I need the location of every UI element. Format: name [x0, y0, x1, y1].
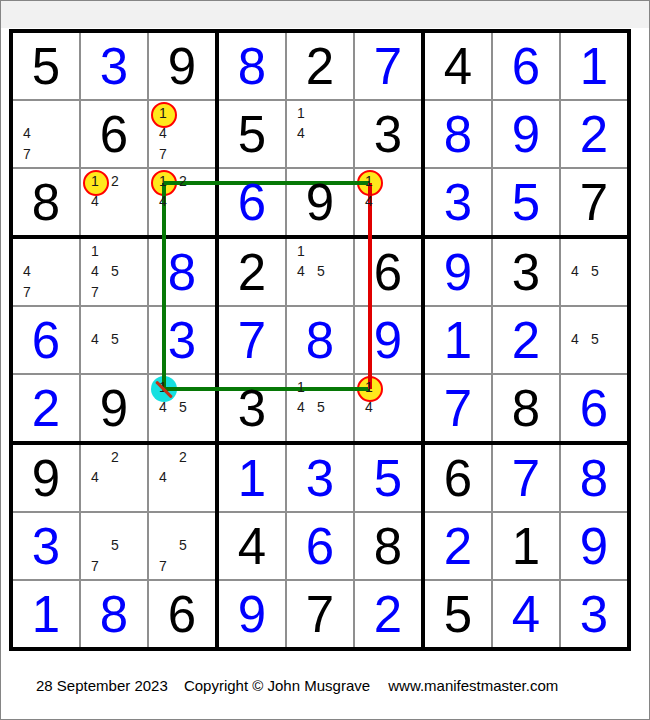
- cell-r1c2[interactable]: 3: [81, 33, 147, 99]
- cell-value: 7: [425, 375, 491, 441]
- cell-r5c4[interactable]: 7: [219, 307, 285, 373]
- cell-value: 3: [287, 445, 353, 511]
- cell-value: 1: [425, 307, 491, 373]
- cell-value: 6: [149, 581, 215, 647]
- pencil-4: 4: [17, 261, 37, 281]
- pencil-marks: 14: [359, 377, 419, 438]
- cell-r3c2[interactable]: 124: [81, 169, 147, 235]
- cell-value: 1: [13, 581, 79, 647]
- pencil-marks: 14: [359, 171, 419, 232]
- pencil-4: 4: [153, 397, 173, 417]
- cell-r9c2[interactable]: 8: [81, 581, 147, 647]
- cell-r6c5[interactable]: 145: [287, 375, 353, 441]
- cell-value: 2: [13, 375, 79, 441]
- pencil-marks: 14: [291, 103, 351, 164]
- pencil-4: 4: [85, 261, 105, 281]
- pencil-5: 5: [105, 535, 125, 555]
- cell-value: 3: [425, 169, 491, 235]
- pencil-4: 4: [153, 467, 173, 487]
- cell-value: 8: [425, 101, 491, 167]
- cell-r2c7[interactable]: 8: [425, 101, 491, 167]
- pencil-2: 2: [173, 171, 193, 191]
- cell-value: 7: [561, 169, 627, 235]
- cell-value: 8: [219, 33, 285, 99]
- box-2: 82751436914: [219, 33, 421, 235]
- cell-r4c3[interactable]: 8: [149, 239, 215, 305]
- cell-value: 7: [219, 307, 285, 373]
- cell-r3c5[interactable]: 9: [287, 169, 353, 235]
- pencil-2: 2: [105, 171, 125, 191]
- pencil-marks: 24: [85, 447, 145, 508]
- cell-r8c6[interactable]: 8: [355, 513, 421, 579]
- pencil-1: 1: [153, 103, 173, 123]
- pencil-4: 4: [565, 261, 585, 281]
- pencil-4: 4: [359, 397, 379, 417]
- cell-r7c4[interactable]: 1: [219, 445, 285, 511]
- cell-r7c2[interactable]: 24: [81, 445, 147, 511]
- cell-value: 5: [219, 101, 285, 167]
- pencil-4: 4: [565, 329, 585, 349]
- cell-r3c6[interactable]: 14: [355, 169, 421, 235]
- cell-r2c6[interactable]: 3: [355, 101, 421, 167]
- cell-value: 1: [561, 33, 627, 99]
- cell-r2c5[interactable]: 14: [287, 101, 353, 167]
- cell-r7c7[interactable]: 6: [425, 445, 491, 511]
- cell-value: 9: [149, 33, 215, 99]
- pencil-4: 4: [291, 261, 311, 281]
- pencil-1: 1: [85, 241, 105, 261]
- cell-r6c1[interactable]: 2: [13, 375, 79, 441]
- pencil-1: 1: [291, 241, 311, 261]
- cell-r1c6[interactable]: 7: [355, 33, 421, 99]
- cell-r7c5[interactable]: 3: [287, 445, 353, 511]
- cell-r1c8[interactable]: 6: [493, 33, 559, 99]
- cell-value: 2: [493, 307, 559, 373]
- cell-value: 4: [219, 513, 285, 579]
- sudoku-board: 5394761478124124827514369144618923574714…: [9, 29, 631, 651]
- cell-r1c5[interactable]: 2: [287, 33, 353, 99]
- cell-value: 6: [81, 101, 147, 167]
- cell-value: 7: [493, 445, 559, 511]
- cell-r7c1[interactable]: 9: [13, 445, 79, 511]
- pencil-1: 1: [291, 377, 311, 397]
- cell-r9c1[interactable]: 1: [13, 581, 79, 647]
- cell-r2c2[interactable]: 6: [81, 101, 147, 167]
- pencil-marks: 57: [153, 515, 213, 576]
- cell-r1c4[interactable]: 8: [219, 33, 285, 99]
- cell-r6c6[interactable]: 14: [355, 375, 421, 441]
- cell-r5c9[interactable]: 45: [561, 307, 627, 373]
- pencil-2: 2: [105, 447, 125, 467]
- cell-value: 2: [425, 513, 491, 579]
- box-4: 4714578645329145: [13, 239, 215, 441]
- footer-date: 28 September 2023: [36, 677, 168, 694]
- cell-r2c8[interactable]: 9: [493, 101, 559, 167]
- pencil-4: 4: [85, 191, 105, 211]
- pencil-1: 1: [291, 103, 311, 123]
- cell-value: 3: [493, 239, 559, 305]
- cell-value: 3: [219, 375, 285, 441]
- cell-value: 5: [355, 445, 421, 511]
- pencil-marks: 145: [291, 241, 351, 302]
- cell-value: 8: [287, 307, 353, 373]
- pencil-4: 4: [359, 191, 379, 211]
- cell-value: 9: [561, 513, 627, 579]
- cell-r2c3[interactable]: 147: [149, 101, 215, 167]
- box-7: 9242435757186: [13, 445, 215, 647]
- cell-r4c1[interactable]: 47: [13, 239, 79, 305]
- pencil-1: 1: [153, 171, 173, 191]
- cell-value: 2: [219, 239, 285, 305]
- cell-value: 5: [425, 581, 491, 647]
- cell-r1c7[interactable]: 4: [425, 33, 491, 99]
- cell-r5c7[interactable]: 1: [425, 307, 491, 373]
- cell-r5c5[interactable]: 8: [287, 307, 353, 373]
- cell-r1c1[interactable]: 5: [13, 33, 79, 99]
- cell-value: 3: [149, 307, 215, 373]
- box-9: 678219543: [425, 445, 627, 647]
- cell-value: 5: [493, 169, 559, 235]
- cell-r1c9[interactable]: 1: [561, 33, 627, 99]
- cell-r4c4[interactable]: 2: [219, 239, 285, 305]
- cell-value: 9: [355, 307, 421, 373]
- cell-r3c8[interactable]: 5: [493, 169, 559, 235]
- pencil-marks: 47: [17, 103, 77, 164]
- box-1: 5394761478124124: [13, 33, 215, 235]
- cell-value: 3: [13, 513, 79, 579]
- cell-value: 8: [493, 375, 559, 441]
- pencil-1: 1: [85, 171, 105, 191]
- cell-value: 6: [355, 239, 421, 305]
- cell-r8c7[interactable]: 2: [425, 513, 491, 579]
- cell-value: 4: [425, 33, 491, 99]
- pencil-5: 5: [173, 535, 193, 555]
- pencil-4: 4: [85, 467, 105, 487]
- pencil-5: 5: [105, 261, 125, 281]
- cell-r8c1[interactable]: 3: [13, 513, 79, 579]
- cell-value: 9: [219, 581, 285, 647]
- cell-value: 8: [149, 239, 215, 305]
- pencil-4: 4: [291, 123, 311, 143]
- pencil-marks: 147: [153, 103, 213, 164]
- pencil-marks: 47: [17, 241, 77, 302]
- cell-value: 2: [287, 33, 353, 99]
- pencil-4: 4: [153, 191, 173, 211]
- pencil-marks: 124: [85, 171, 145, 232]
- cell-r6c2[interactable]: 9: [81, 375, 147, 441]
- pencil-marks: 45: [565, 241, 625, 302]
- box-5: 21456789314514: [219, 239, 421, 441]
- cell-r3c4[interactable]: 6: [219, 169, 285, 235]
- cell-r7c8[interactable]: 7: [493, 445, 559, 511]
- cell-r9c6[interactable]: 2: [355, 581, 421, 647]
- pencil-marks: 1457: [85, 241, 145, 302]
- cell-value: 6: [425, 445, 491, 511]
- pencil-7: 7: [17, 282, 37, 302]
- cell-r4c9[interactable]: 45: [561, 239, 627, 305]
- cell-value: 1: [493, 513, 559, 579]
- cell-value: 7: [287, 581, 353, 647]
- cell-r6c4[interactable]: 3: [219, 375, 285, 441]
- pencil-7: 7: [85, 282, 105, 302]
- cell-value: 3: [355, 101, 421, 167]
- cell-r4c2[interactable]: 1457: [81, 239, 147, 305]
- page: 5394761478124124827514369144618923574714…: [0, 0, 650, 720]
- pencil-5: 5: [585, 329, 605, 349]
- pencil-marks: 45: [85, 309, 145, 370]
- pencil-7: 7: [85, 556, 105, 576]
- pencil-4: 4: [291, 397, 311, 417]
- pencil-7: 7: [153, 556, 173, 576]
- pencil-5: 5: [585, 261, 605, 281]
- cell-value: 9: [493, 101, 559, 167]
- pencil-5: 5: [311, 261, 331, 281]
- cell-value: 6: [219, 169, 285, 235]
- cell-r8c9[interactable]: 9: [561, 513, 627, 579]
- pencil-1: 1: [359, 171, 379, 191]
- cell-value: 9: [287, 169, 353, 235]
- cell-r2c9[interactable]: 2: [561, 101, 627, 167]
- cell-r7c9[interactable]: 8: [561, 445, 627, 511]
- pencil-4: 4: [17, 123, 37, 143]
- cell-value: 6: [287, 513, 353, 579]
- cell-r9c4[interactable]: 9: [219, 581, 285, 647]
- pencil-7: 7: [17, 144, 37, 164]
- cell-value: 9: [81, 375, 147, 441]
- footer-copyright: Copyright © John Musgrave: [184, 677, 370, 694]
- pencil-marks: 145: [291, 377, 351, 438]
- box-3: 461892357: [425, 33, 627, 235]
- cell-r3c3[interactable]: 124: [149, 169, 215, 235]
- cell-value: 3: [561, 581, 627, 647]
- cell-r9c3[interactable]: 6: [149, 581, 215, 647]
- cell-r4c7[interactable]: 9: [425, 239, 491, 305]
- pencil-marks: 124: [153, 171, 213, 232]
- footer-website: www.manifestmaster.com: [388, 677, 558, 694]
- cell-r9c5[interactable]: 7: [287, 581, 353, 647]
- cell-r6c8[interactable]: 8: [493, 375, 559, 441]
- cell-r8c8[interactable]: 1: [493, 513, 559, 579]
- cell-value: 1: [219, 445, 285, 511]
- cell-r5c3[interactable]: 3: [149, 307, 215, 373]
- cell-r6c7[interactable]: 7: [425, 375, 491, 441]
- pencil-1: 1: [359, 377, 379, 397]
- pencil-7: 7: [153, 144, 173, 164]
- cell-r3c7[interactable]: 3: [425, 169, 491, 235]
- cell-value: 8: [13, 169, 79, 235]
- cell-r8c5[interactable]: 6: [287, 513, 353, 579]
- cell-value: 2: [561, 101, 627, 167]
- cell-value: 8: [81, 581, 147, 647]
- cell-r4c8[interactable]: 3: [493, 239, 559, 305]
- cell-value: 3: [81, 33, 147, 99]
- cell-value: 4: [493, 581, 559, 647]
- pencil-5: 5: [173, 397, 193, 417]
- pencil-4: 4: [85, 329, 105, 349]
- cell-r8c3[interactable]: 57: [149, 513, 215, 579]
- cell-r9c8[interactable]: 4: [493, 581, 559, 647]
- cell-r8c2[interactable]: 57: [81, 513, 147, 579]
- pencil-5: 5: [311, 397, 331, 417]
- cell-r4c5[interactable]: 145: [287, 239, 353, 305]
- cell-r2c4[interactable]: 5: [219, 101, 285, 167]
- cell-r7c3[interactable]: 24: [149, 445, 215, 511]
- footer: 28 September 2023 Copyright © John Musgr…: [36, 677, 558, 694]
- cell-value: 6: [13, 307, 79, 373]
- pencil-marks: 45: [565, 309, 625, 370]
- cell-r3c9[interactable]: 7: [561, 169, 627, 235]
- pencil-4: 4: [153, 123, 173, 143]
- cell-value: 6: [561, 375, 627, 441]
- box-8: 135468972: [219, 445, 421, 647]
- cell-r5c1[interactable]: 6: [13, 307, 79, 373]
- cell-r7c6[interactable]: 5: [355, 445, 421, 511]
- pencil-5: 5: [105, 329, 125, 349]
- cell-r4c6[interactable]: 6: [355, 239, 421, 305]
- cell-r6c9[interactable]: 6: [561, 375, 627, 441]
- box-6: 93451245786: [425, 239, 627, 441]
- cell-value: 8: [561, 445, 627, 511]
- cell-r6c3[interactable]: 145: [149, 375, 215, 441]
- cell-value: 5: [13, 33, 79, 99]
- pencil-marks: 24: [153, 447, 213, 508]
- cell-r8c4[interactable]: 4: [219, 513, 285, 579]
- cell-r5c2[interactable]: 45: [81, 307, 147, 373]
- cell-r5c8[interactable]: 2: [493, 307, 559, 373]
- cell-r3c1[interactable]: 8: [13, 169, 79, 235]
- pencil-2: 2: [173, 447, 193, 467]
- cell-r9c7[interactable]: 5: [425, 581, 491, 647]
- cell-value: 9: [13, 445, 79, 511]
- cell-r5c6[interactable]: 9: [355, 307, 421, 373]
- cell-value: 8: [355, 513, 421, 579]
- top-band: [1, 1, 649, 28]
- cell-value: 2: [355, 581, 421, 647]
- cell-r2c1[interactable]: 47: [13, 101, 79, 167]
- cell-value: 9: [425, 239, 491, 305]
- cell-value: 7: [355, 33, 421, 99]
- cell-r1c3[interactable]: 9: [149, 33, 215, 99]
- pencil-marks: 57: [85, 515, 145, 576]
- cell-r9c9[interactable]: 3: [561, 581, 627, 647]
- cell-value: 6: [493, 33, 559, 99]
